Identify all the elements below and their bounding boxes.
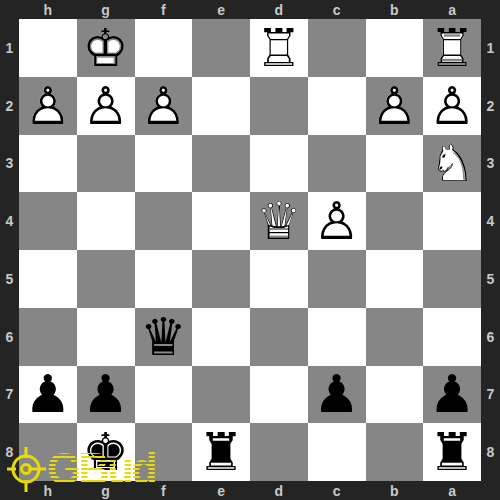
black-rook[interactable]: ♜ [192,423,250,481]
file-label-d: d [250,0,308,19]
chess-diagram: hgfedcba hgfedcba 12345678 12345678 ♚♔♜♖… [0,0,500,500]
square-f5[interactable] [135,250,193,308]
file-label-b: b [366,0,424,19]
black-pawn[interactable]: ♟ [77,366,135,424]
square-f3[interactable] [135,135,193,193]
rank-label-3: 3 [481,135,500,193]
file-labels-top: hgfedcba [19,0,481,19]
square-f7[interactable] [135,366,193,424]
square-d7[interactable] [250,366,308,424]
piece-solid-glyph: ♜ [192,423,250,481]
piece-outline-glyph: ♙ [135,77,193,135]
square-h8[interactable] [19,423,77,481]
square-f1[interactable] [135,19,193,77]
rank-label-6: 6 [0,308,19,366]
square-h5[interactable] [19,250,77,308]
piece-outline-glyph: ♙ [308,192,366,250]
square-c2[interactable] [308,77,366,135]
rank-label-7: 7 [481,366,500,424]
square-b6[interactable] [366,308,424,366]
square-b7[interactable] [366,366,424,424]
black-pawn[interactable]: ♟ [423,366,481,424]
white-rook[interactable]: ♜♖ [250,19,308,77]
rank-label-4: 4 [0,192,19,250]
square-h6[interactable] [19,308,77,366]
file-label-c: c [308,481,366,500]
rank-label-8: 8 [0,423,19,481]
rank-label-1: 1 [481,19,500,77]
square-g6[interactable] [77,308,135,366]
square-a5[interactable] [423,250,481,308]
piece-solid-glyph: ♚ [77,423,135,481]
file-label-b: b [366,481,424,500]
black-pawn[interactable]: ♟ [19,366,77,424]
rank-labels-right: 12345678 [481,19,500,481]
square-h2[interactable]: ♟♙ [19,77,77,135]
square-e2[interactable] [192,77,250,135]
white-king[interactable]: ♚♔ [77,19,135,77]
square-a2[interactable]: ♟♙ [423,77,481,135]
square-d2[interactable] [250,77,308,135]
square-a4[interactable] [423,192,481,250]
white-pawn[interactable]: ♟♙ [19,77,77,135]
piece-solid-glyph: ♟ [19,366,77,424]
piece-solid-glyph: ♛ [135,308,193,366]
piece-outline-glyph: ♖ [250,19,308,77]
white-pawn[interactable]: ♟♙ [308,192,366,250]
file-label-d: d [250,481,308,500]
square-e1[interactable] [192,19,250,77]
square-g2[interactable]: ♟♙ [77,77,135,135]
rank-label-2: 2 [0,77,19,135]
rank-label-2: 2 [481,77,500,135]
piece-outline-glyph: ♙ [19,77,77,135]
square-b5[interactable] [366,250,424,308]
square-a7[interactable]: ♟ [423,366,481,424]
piece-outline-glyph: ♙ [77,77,135,135]
piece-outline-glyph: ♘ [423,135,481,193]
file-label-g: g [77,481,135,500]
piece-outline-glyph: ♙ [423,77,481,135]
square-e4[interactable] [192,192,250,250]
white-rook[interactable]: ♜♖ [423,19,481,77]
square-e5[interactable] [192,250,250,308]
white-queen[interactable]: ♛♕ [250,192,308,250]
square-b3[interactable] [366,135,424,193]
piece-solid-glyph: ♜ [423,423,481,481]
square-c3[interactable] [308,135,366,193]
black-pawn[interactable]: ♟ [308,366,366,424]
square-f6[interactable]: ♛ [135,308,193,366]
square-a3[interactable]: ♞♘ [423,135,481,193]
rank-label-6: 6 [481,308,500,366]
square-e3[interactable] [192,135,250,193]
square-d3[interactable] [250,135,308,193]
square-b4[interactable] [366,192,424,250]
square-g4[interactable] [77,192,135,250]
square-c4[interactable]: ♟♙ [308,192,366,250]
square-f4[interactable] [135,192,193,250]
square-h3[interactable] [19,135,77,193]
black-rook[interactable]: ♜ [423,423,481,481]
square-h1[interactable] [19,19,77,77]
square-c7[interactable]: ♟ [308,366,366,424]
square-c8[interactable] [308,423,366,481]
file-label-g: g [77,0,135,19]
square-d1[interactable]: ♜♖ [250,19,308,77]
square-e7[interactable] [192,366,250,424]
file-label-a: a [423,0,481,19]
square-f8[interactable] [135,423,193,481]
square-a8[interactable]: ♜ [423,423,481,481]
square-d5[interactable] [250,250,308,308]
file-label-a: a [423,481,481,500]
file-label-e: e [192,481,250,500]
white-knight[interactable]: ♞♘ [423,135,481,193]
white-pawn[interactable]: ♟♙ [77,77,135,135]
square-b1[interactable] [366,19,424,77]
rank-label-1: 1 [0,19,19,77]
piece-outline-glyph: ♖ [423,19,481,77]
file-label-c: c [308,0,366,19]
file-label-e: e [192,0,250,19]
rank-label-5: 5 [0,250,19,308]
black-king[interactable]: ♚ [77,423,135,481]
rank-labels-left: 12345678 [0,19,19,481]
file-labels-bottom: hgfedcba [19,481,481,500]
square-b8[interactable] [366,423,424,481]
rank-label-8: 8 [481,423,500,481]
square-h4[interactable] [19,192,77,250]
white-pawn[interactable]: ♟♙ [366,77,424,135]
piece-solid-glyph: ♟ [423,366,481,424]
square-c5[interactable] [308,250,366,308]
piece-outline-glyph: ♕ [250,192,308,250]
square-a6[interactable] [423,308,481,366]
square-b2[interactable]: ♟♙ [366,77,424,135]
square-g7[interactable]: ♟ [77,366,135,424]
file-label-h: h [19,0,77,19]
piece-solid-glyph: ♟ [77,366,135,424]
piece-outline-glyph: ♙ [366,77,424,135]
rank-label-5: 5 [481,250,500,308]
square-d4[interactable]: ♛♕ [250,192,308,250]
white-pawn[interactable]: ♟♙ [423,77,481,135]
square-f2[interactable]: ♟♙ [135,77,193,135]
square-e8[interactable]: ♜ [192,423,250,481]
square-d6[interactable] [250,308,308,366]
square-g5[interactable] [77,250,135,308]
file-label-f: f [135,481,193,500]
black-queen[interactable]: ♛ [135,308,193,366]
rank-label-4: 4 [481,192,500,250]
square-a1[interactable]: ♜♖ [423,19,481,77]
square-g8[interactable]: ♚ [77,423,135,481]
rank-label-7: 7 [0,366,19,424]
square-h7[interactable]: ♟ [19,366,77,424]
square-d8[interactable] [250,423,308,481]
piece-solid-glyph: ♟ [308,366,366,424]
square-c1[interactable] [308,19,366,77]
square-c6[interactable] [308,308,366,366]
piece-outline-glyph: ♔ [77,19,135,77]
square-g3[interactable] [77,135,135,193]
rank-label-3: 3 [0,135,19,193]
file-label-h: h [19,481,77,500]
chess-board: ♚♔♜♖♜♖♟♙♟♙♟♙♟♙♟♙♞♘♛♕♟♙♛♟♟♟♟♚♜♜ [19,19,481,481]
square-g1[interactable]: ♚♔ [77,19,135,77]
file-label-f: f [135,0,193,19]
white-pawn[interactable]: ♟♙ [135,77,193,135]
square-e6[interactable] [192,308,250,366]
